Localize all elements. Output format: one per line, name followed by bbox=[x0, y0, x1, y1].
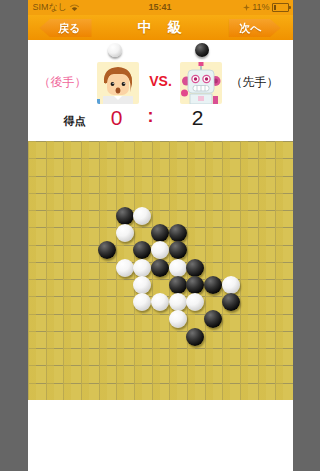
next-button[interactable]: 次へ bbox=[229, 19, 281, 37]
black-stone bbox=[133, 241, 151, 259]
footer-area bbox=[28, 400, 293, 471]
white-stone bbox=[186, 293, 204, 311]
white-stone bbox=[169, 310, 187, 328]
white-stone bbox=[133, 259, 151, 277]
battery-percent: 11% bbox=[252, 0, 269, 15]
vs-label: VS. bbox=[141, 73, 181, 89]
white-stone bbox=[116, 259, 134, 277]
white-stone bbox=[151, 293, 169, 311]
white-stone bbox=[133, 276, 151, 294]
black-stone bbox=[116, 207, 134, 225]
white-stone bbox=[151, 241, 169, 259]
board[interactable] bbox=[28, 141, 293, 400]
score-separator: : bbox=[136, 106, 166, 127]
white-stone bbox=[169, 259, 187, 277]
nav-bar: 中 級 戻る 次へ bbox=[28, 15, 293, 40]
white-stone bbox=[116, 224, 134, 242]
black-stone bbox=[204, 276, 222, 294]
right-player-label: （先手） bbox=[224, 74, 286, 91]
score-right-value: 2 bbox=[183, 106, 213, 130]
human-avatar bbox=[97, 62, 139, 104]
left-player-label: （後手） bbox=[32, 74, 94, 91]
black-stone bbox=[151, 259, 169, 277]
black-stone bbox=[169, 276, 187, 294]
status-icon bbox=[243, 4, 250, 11]
black-stone bbox=[204, 310, 222, 328]
status-bar: SIMなし 15:41 11% bbox=[28, 0, 293, 15]
black-stone-indicator bbox=[195, 43, 209, 57]
robot-avatar bbox=[180, 62, 222, 104]
app-screen: SIMなし 15:41 11% 中 級 戻る 次へ （後手） bbox=[28, 0, 293, 471]
black-stone bbox=[186, 259, 204, 277]
black-stone bbox=[151, 224, 169, 242]
back-button[interactable]: 戻る bbox=[40, 19, 92, 37]
white-stone-indicator bbox=[108, 43, 122, 57]
black-stone bbox=[222, 293, 240, 311]
battery-icon bbox=[272, 3, 289, 12]
black-stone bbox=[98, 241, 116, 259]
white-stone bbox=[169, 293, 187, 311]
black-stone bbox=[169, 224, 187, 242]
white-stone bbox=[222, 276, 240, 294]
black-stone bbox=[186, 328, 204, 346]
white-stone bbox=[133, 207, 151, 225]
black-stone bbox=[186, 276, 204, 294]
match-panel: （後手） VS. bbox=[28, 40, 293, 141]
black-stone bbox=[169, 241, 187, 259]
white-stone bbox=[133, 293, 151, 311]
score-label: 得点 bbox=[64, 114, 86, 129]
score-left-value: 0 bbox=[102, 106, 132, 130]
